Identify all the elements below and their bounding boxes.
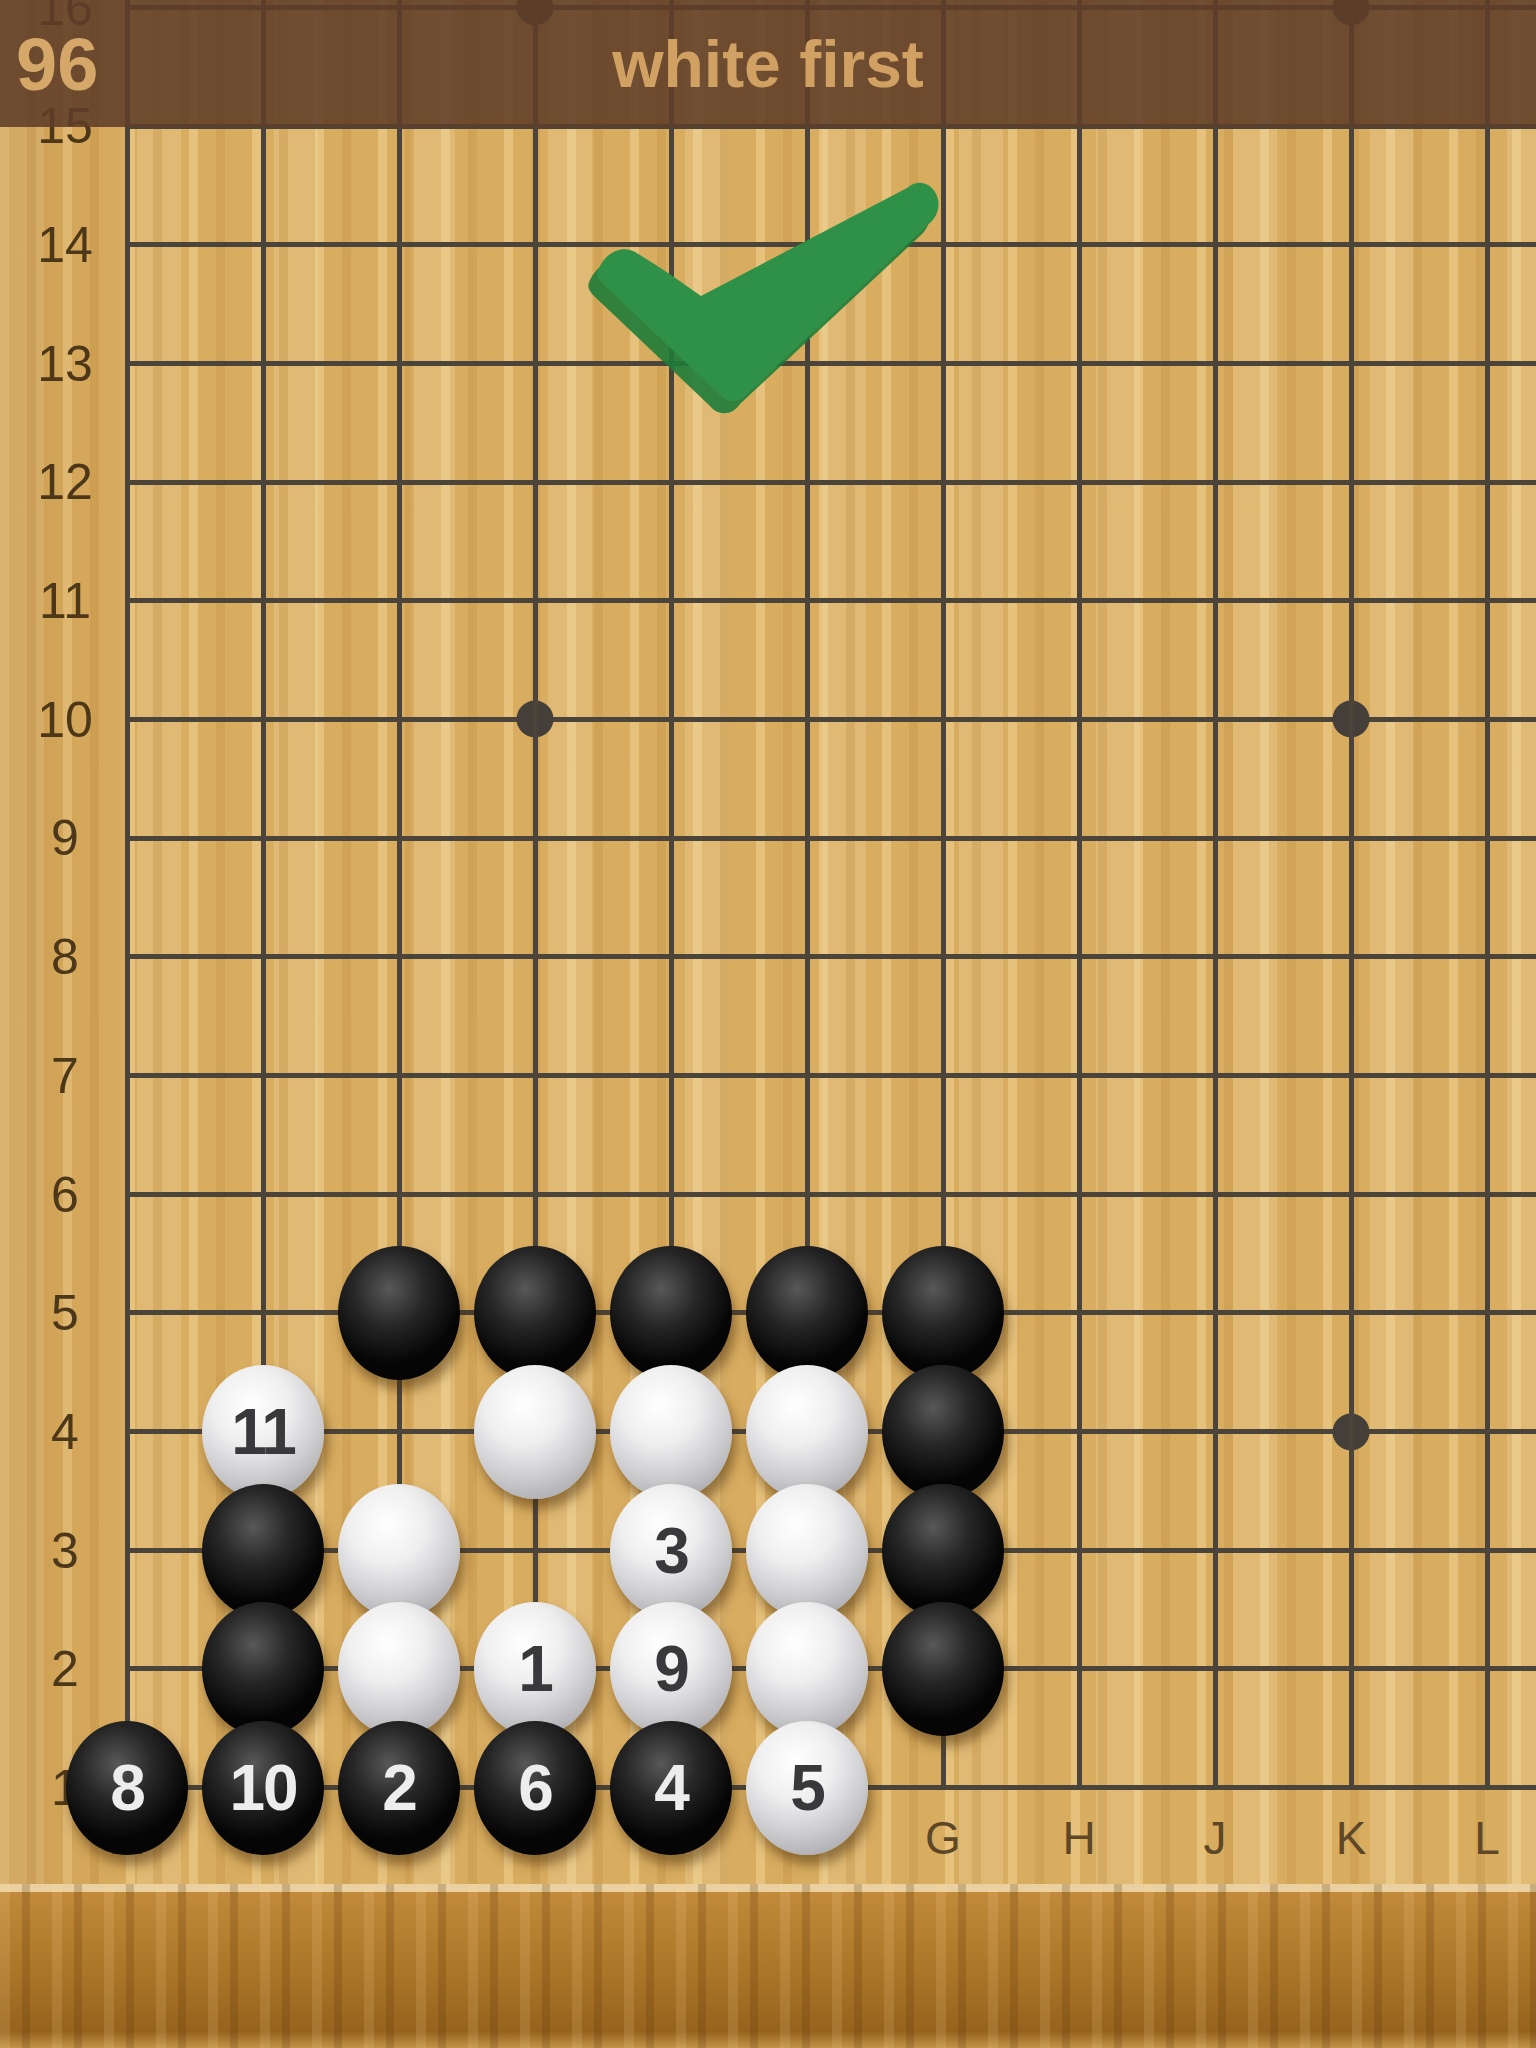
header-bar: 96 white first: [0, 0, 1536, 127]
star-point-K10: [1333, 701, 1370, 738]
intersection-J8[interactable]: [1147, 898, 1283, 1017]
intersection-H2[interactable]: [1011, 1610, 1147, 1729]
intersection-H6[interactable]: [1011, 1135, 1147, 1254]
intersection-D12[interactable]: [467, 423, 603, 542]
intersection-H14[interactable]: [1011, 185, 1147, 304]
intersection-H11[interactable]: [1011, 541, 1147, 660]
intersection-J10[interactable]: [1147, 660, 1283, 779]
intersection-L13[interactable]: [1419, 304, 1536, 423]
stone-black-C5[interactable]: [338, 1246, 460, 1380]
intersection-E12[interactable]: [603, 423, 739, 542]
row-label-2: 2: [10, 1640, 120, 1698]
stone-white-F2[interactable]: [746, 1602, 868, 1736]
intersection-D9[interactable]: [467, 779, 603, 898]
column-label-K: K: [1336, 1811, 1367, 1865]
intersection-H13[interactable]: [1011, 304, 1147, 423]
intersection-L10[interactable]: [1419, 660, 1536, 779]
row-label-8: 8: [10, 928, 120, 986]
move-number: 11: [231, 1395, 295, 1469]
intersection-F6[interactable]: [739, 1135, 875, 1254]
intersection-K6[interactable]: [1283, 1135, 1419, 1254]
column-label-L: L: [1474, 1811, 1500, 1865]
intersection-C9[interactable]: [331, 779, 467, 898]
stone-black-B2[interactable]: [202, 1602, 324, 1736]
star-point-D10: [517, 701, 554, 738]
intersection-E6[interactable]: [603, 1135, 739, 1254]
intersection-G7[interactable]: [875, 1016, 1011, 1135]
intersection-F11[interactable]: [739, 541, 875, 660]
intersection-K7[interactable]: [1283, 1016, 1419, 1135]
intersection-F9[interactable]: [739, 779, 875, 898]
intersection-L4[interactable]: [1419, 1372, 1536, 1491]
intersection-H10[interactable]: [1011, 660, 1147, 779]
stone-white-D4[interactable]: [474, 1365, 596, 1499]
intersection-K9[interactable]: [1283, 779, 1419, 898]
move-number: 6: [518, 1751, 552, 1825]
stone-black-G3[interactable]: [882, 1484, 1004, 1618]
correct-checkmark-icon: [575, 166, 970, 426]
intersection-D6[interactable]: [467, 1135, 603, 1254]
stone-black-G4[interactable]: [882, 1365, 1004, 1499]
stone-black-C1[interactable]: 2: [338, 1721, 460, 1855]
intersection-B9[interactable]: [195, 779, 331, 898]
row-label-7: 7: [10, 1047, 120, 1105]
stone-black-F5[interactable]: [746, 1246, 868, 1380]
intersection-C13[interactable]: [331, 304, 467, 423]
intersection-F8[interactable]: [739, 898, 875, 1017]
move-number: 5: [790, 1751, 824, 1825]
move-number: 8: [110, 1751, 144, 1825]
intersection-L12[interactable]: [1419, 423, 1536, 542]
intersection-L8[interactable]: [1419, 898, 1536, 1017]
intersection-J9[interactable]: [1147, 779, 1283, 898]
stone-black-G5[interactable]: [882, 1246, 1004, 1380]
tsumego-screen: 16151413121110987654321ABCDEFGHJKL 11319…: [0, 0, 1536, 2048]
intersection-D11[interactable]: [467, 541, 603, 660]
intersection-J3[interactable]: [1147, 1491, 1283, 1610]
intersection-B5[interactable]: [195, 1254, 331, 1373]
bottom-toolbar: [0, 1884, 1536, 2048]
row-label-11: 11: [10, 572, 120, 630]
row-label-6: 6: [10, 1166, 120, 1224]
intersection-D10[interactable]: [467, 660, 603, 779]
intersection-C8[interactable]: [331, 898, 467, 1017]
intersection-B10[interactable]: [195, 660, 331, 779]
intersection-E7[interactable]: [603, 1016, 739, 1135]
row-label-12: 12: [10, 453, 120, 511]
stone-black-B3[interactable]: [202, 1484, 324, 1618]
intersection-K3[interactable]: [1283, 1491, 1419, 1610]
intersection-C10[interactable]: [331, 660, 467, 779]
column-label-J: J: [1204, 1811, 1227, 1865]
intersection-L6[interactable]: [1419, 1135, 1536, 1254]
intersection-J14[interactable]: [1147, 185, 1283, 304]
intersection-E9[interactable]: [603, 779, 739, 898]
intersection-D8[interactable]: [467, 898, 603, 1017]
stone-black-G2[interactable]: [882, 1602, 1004, 1736]
column-label-G: G: [925, 1811, 961, 1865]
column-label-H: H: [1062, 1811, 1095, 1865]
intersection-H3[interactable]: [1011, 1491, 1147, 1610]
intersection-L11[interactable]: [1419, 541, 1536, 660]
move-number: 3: [654, 1514, 688, 1588]
intersection-B7[interactable]: [195, 1016, 331, 1135]
stone-white-E4[interactable]: [610, 1365, 732, 1499]
move-number: 1: [518, 1632, 552, 1706]
row-label-5: 5: [10, 1284, 120, 1342]
intersection-E11[interactable]: [603, 541, 739, 660]
intersection-K14[interactable]: [1283, 185, 1419, 304]
intersection-G9[interactable]: [875, 779, 1011, 898]
intersection-B13[interactable]: [195, 304, 331, 423]
intersection-J7[interactable]: [1147, 1016, 1283, 1135]
row-label-13: 13: [10, 335, 120, 393]
intersection-H12[interactable]: [1011, 423, 1147, 542]
intersection-L3[interactable]: [1419, 1491, 1536, 1610]
stone-white-B4[interactable]: 11: [202, 1365, 324, 1499]
row-label-3: 3: [10, 1522, 120, 1580]
stone-white-F1[interactable]: 5: [746, 1721, 868, 1855]
stone-white-D2[interactable]: 1: [474, 1602, 596, 1736]
intersection-J13[interactable]: [1147, 304, 1283, 423]
intersection-G11[interactable]: [875, 541, 1011, 660]
intersection-K12[interactable]: [1283, 423, 1419, 542]
stone-black-A1[interactable]: 8: [66, 1721, 188, 1855]
row-label-14: 14: [10, 216, 120, 274]
intersection-D7[interactable]: [467, 1016, 603, 1135]
intersection-K11[interactable]: [1283, 541, 1419, 660]
intersection-J5[interactable]: [1147, 1254, 1283, 1373]
intersection-K8[interactable]: [1283, 898, 1419, 1017]
stone-black-D5[interactable]: [474, 1246, 596, 1380]
row-label-9: 9: [10, 809, 120, 867]
row-label-4: 4: [10, 1403, 120, 1461]
intersection-B12[interactable]: [195, 423, 331, 542]
intersection-H5[interactable]: [1011, 1254, 1147, 1373]
stone-black-B1[interactable]: 10: [202, 1721, 324, 1855]
intersection-H9[interactable]: [1011, 779, 1147, 898]
intersection-C11[interactable]: [331, 541, 467, 660]
intersection-L2[interactable]: [1419, 1610, 1536, 1729]
stone-white-C2[interactable]: [338, 1602, 460, 1736]
intersection-G12[interactable]: [875, 423, 1011, 542]
intersection-C7[interactable]: [331, 1016, 467, 1135]
intersection-L14[interactable]: [1419, 185, 1536, 304]
intersection-B6[interactable]: [195, 1135, 331, 1254]
intersection-H4[interactable]: [1011, 1372, 1147, 1491]
intersection-J12[interactable]: [1147, 423, 1283, 542]
intersection-H7[interactable]: [1011, 1016, 1147, 1135]
stone-white-F3[interactable]: [746, 1484, 868, 1618]
intersection-K2[interactable]: [1283, 1610, 1419, 1729]
move-number: 4: [654, 1751, 688, 1825]
intersection-J4[interactable]: [1147, 1372, 1283, 1491]
star-point-K4: [1333, 1413, 1370, 1450]
intersection-C4[interactable]: [331, 1372, 467, 1491]
intersection-K4[interactable]: [1283, 1372, 1419, 1491]
intersection-L5[interactable]: [1419, 1254, 1536, 1373]
intersection-K13[interactable]: [1283, 304, 1419, 423]
intersection-C14[interactable]: [331, 185, 467, 304]
intersection-E8[interactable]: [603, 898, 739, 1017]
move-number: 2: [382, 1751, 416, 1825]
intersection-L9[interactable]: [1419, 779, 1536, 898]
stone-black-E1[interactable]: 4: [610, 1721, 732, 1855]
stone-white-E2[interactable]: 9: [610, 1602, 732, 1736]
stone-white-E3[interactable]: 3: [610, 1484, 732, 1618]
intersection-E10[interactable]: [603, 660, 739, 779]
intersection-G8[interactable]: [875, 898, 1011, 1017]
row-label-10: 10: [10, 691, 120, 749]
intersection-C6[interactable]: [331, 1135, 467, 1254]
intersection-D3[interactable]: [467, 1491, 603, 1610]
intersection-G10[interactable]: [875, 660, 1011, 779]
intersection-J6[interactable]: [1147, 1135, 1283, 1254]
stone-black-D1[interactable]: 6: [474, 1721, 596, 1855]
problem-title: white first: [0, 26, 1536, 102]
intersection-J11[interactable]: [1147, 541, 1283, 660]
intersection-G6[interactable]: [875, 1135, 1011, 1254]
intersection-F7[interactable]: [739, 1016, 875, 1135]
intersection-J2[interactable]: [1147, 1610, 1283, 1729]
move-number: 9: [654, 1632, 688, 1706]
intersection-C12[interactable]: [331, 423, 467, 542]
stone-black-E5[interactable]: [610, 1246, 732, 1380]
intersection-B14[interactable]: [195, 185, 331, 304]
intersection-L7[interactable]: [1419, 1016, 1536, 1135]
intersection-B11[interactable]: [195, 541, 331, 660]
intersection-K10[interactable]: [1283, 660, 1419, 779]
intersection-K5[interactable]: [1283, 1254, 1419, 1373]
stone-white-F4[interactable]: [746, 1365, 868, 1499]
move-number: 10: [229, 1751, 296, 1825]
intersection-F12[interactable]: [739, 423, 875, 542]
intersection-F10[interactable]: [739, 660, 875, 779]
stone-white-C3[interactable]: [338, 1484, 460, 1618]
intersection-B8[interactable]: [195, 898, 331, 1017]
intersection-H8[interactable]: [1011, 898, 1147, 1017]
